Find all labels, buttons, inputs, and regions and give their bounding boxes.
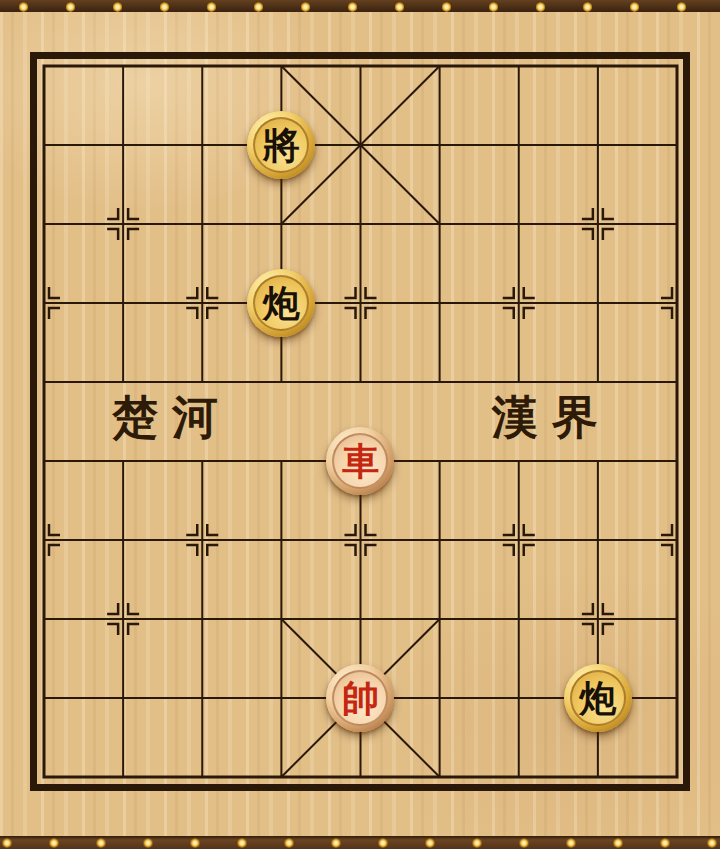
- point-file4-rank4[interactable]: [321, 343, 400, 422]
- point-file6-rank3[interactable]: [479, 264, 558, 343]
- piece-black-cannon-2[interactable]: 炮: [564, 664, 632, 732]
- point-file1-rank1[interactable]: [84, 106, 163, 185]
- point-file0-rank9[interactable]: [4, 738, 83, 817]
- point-file7-rank5[interactable]: [558, 422, 637, 501]
- point-file8-rank6[interactable]: [637, 501, 716, 580]
- point-file0-rank2[interactable]: [4, 185, 83, 264]
- point-file2-rank4[interactable]: [163, 343, 242, 422]
- point-file3-rank6[interactable]: [242, 501, 321, 580]
- point-file4-rank1[interactable]: [321, 106, 400, 185]
- point-file7-rank4[interactable]: [558, 343, 637, 422]
- piece-glyph: 車: [332, 433, 388, 489]
- board-points-grid: 將炮車帥炮: [4, 27, 716, 817]
- point-file8-rank9[interactable]: [637, 738, 716, 817]
- point-file1-rank2[interactable]: [84, 185, 163, 264]
- point-file3-rank3[interactable]: 炮: [242, 264, 321, 343]
- point-file3-rank7[interactable]: [242, 580, 321, 659]
- point-file0-rank5[interactable]: [4, 422, 83, 501]
- point-file6-rank9[interactable]: [479, 738, 558, 817]
- point-file5-rank3[interactable]: [400, 264, 479, 343]
- point-file2-rank3[interactable]: [163, 264, 242, 343]
- point-file2-rank9[interactable]: [163, 738, 242, 817]
- point-file4-rank2[interactable]: [321, 185, 400, 264]
- point-file6-rank7[interactable]: [479, 580, 558, 659]
- point-file2-rank6[interactable]: [163, 501, 242, 580]
- point-file3-rank9[interactable]: [242, 738, 321, 817]
- point-file8-rank0[interactable]: [637, 27, 716, 106]
- point-file0-rank1[interactable]: [4, 106, 83, 185]
- point-file2-rank1[interactable]: [163, 106, 242, 185]
- point-file3-rank0[interactable]: [242, 27, 321, 106]
- point-file8-rank2[interactable]: [637, 185, 716, 264]
- point-file6-rank6[interactable]: [479, 501, 558, 580]
- point-file0-rank6[interactable]: [4, 501, 83, 580]
- point-file2-rank8[interactable]: [163, 659, 242, 738]
- point-file4-rank8[interactable]: 帥: [321, 659, 400, 738]
- point-file5-rank6[interactable]: [400, 501, 479, 580]
- piece-red-general[interactable]: 帥: [326, 664, 394, 732]
- point-file1-rank3[interactable]: [84, 264, 163, 343]
- point-file1-rank0[interactable]: [84, 27, 163, 106]
- point-file3-rank2[interactable]: [242, 185, 321, 264]
- point-file7-rank0[interactable]: [558, 27, 637, 106]
- point-file7-rank8[interactable]: 炮: [558, 659, 637, 738]
- point-file3-rank5[interactable]: [242, 422, 321, 501]
- point-file2-rank2[interactable]: [163, 185, 242, 264]
- point-file8-rank7[interactable]: [637, 580, 716, 659]
- point-file5-rank5[interactable]: [400, 422, 479, 501]
- point-file1-rank5[interactable]: [84, 422, 163, 501]
- point-file0-rank0[interactable]: [4, 27, 83, 106]
- point-file4-rank9[interactable]: [321, 738, 400, 817]
- piece-black-cannon-1[interactable]: 炮: [247, 269, 315, 337]
- point-file3-rank4[interactable]: [242, 343, 321, 422]
- point-file4-rank7[interactable]: [321, 580, 400, 659]
- point-file8-rank1[interactable]: [637, 106, 716, 185]
- point-file8-rank8[interactable]: [637, 659, 716, 738]
- point-file0-rank7[interactable]: [4, 580, 83, 659]
- point-file4-rank0[interactable]: [321, 27, 400, 106]
- point-file3-rank1[interactable]: 將: [242, 106, 321, 185]
- point-file8-rank5[interactable]: [637, 422, 716, 501]
- point-file4-rank6[interactable]: [321, 501, 400, 580]
- piece-glyph: 帥: [332, 670, 388, 726]
- point-file7-rank3[interactable]: [558, 264, 637, 343]
- point-file2-rank7[interactable]: [163, 580, 242, 659]
- point-file0-rank8[interactable]: [4, 659, 83, 738]
- point-file7-rank6[interactable]: [558, 501, 637, 580]
- point-file7-rank7[interactable]: [558, 580, 637, 659]
- point-file1-rank9[interactable]: [84, 738, 163, 817]
- point-file6-rank2[interactable]: [479, 185, 558, 264]
- point-file6-rank8[interactable]: [479, 659, 558, 738]
- point-file8-rank3[interactable]: [637, 264, 716, 343]
- point-file8-rank4[interactable]: [637, 343, 716, 422]
- point-file5-rank8[interactable]: [400, 659, 479, 738]
- point-file5-rank4[interactable]: [400, 343, 479, 422]
- point-file6-rank4[interactable]: [479, 343, 558, 422]
- point-file3-rank8[interactable]: [242, 659, 321, 738]
- point-file5-rank9[interactable]: [400, 738, 479, 817]
- point-file4-rank3[interactable]: [321, 264, 400, 343]
- piece-glyph: 炮: [253, 275, 309, 331]
- point-file7-rank9[interactable]: [558, 738, 637, 817]
- point-file5-rank7[interactable]: [400, 580, 479, 659]
- point-file0-rank4[interactable]: [4, 343, 83, 422]
- point-file1-rank7[interactable]: [84, 580, 163, 659]
- point-file5-rank2[interactable]: [400, 185, 479, 264]
- point-file4-rank5[interactable]: 車: [321, 422, 400, 501]
- point-file1-rank6[interactable]: [84, 501, 163, 580]
- piece-red-chariot[interactable]: 車: [326, 427, 394, 495]
- point-file6-rank0[interactable]: [479, 27, 558, 106]
- point-file6-rank5[interactable]: [479, 422, 558, 501]
- point-file5-rank0[interactable]: [400, 27, 479, 106]
- piece-black-general[interactable]: 將: [247, 111, 315, 179]
- piece-glyph: 將: [253, 117, 309, 173]
- xiangqi-board-screen: 楚河 漢界 將炮車帥炮: [0, 0, 720, 849]
- point-file1-rank8[interactable]: [84, 659, 163, 738]
- point-file2-rank5[interactable]: [163, 422, 242, 501]
- point-file1-rank4[interactable]: [84, 343, 163, 422]
- piece-glyph: 炮: [570, 670, 626, 726]
- point-file2-rank0[interactable]: [163, 27, 242, 106]
- point-file5-rank1[interactable]: [400, 106, 479, 185]
- point-file7-rank2[interactable]: [558, 185, 637, 264]
- point-file7-rank1[interactable]: [558, 106, 637, 185]
- point-file0-rank3[interactable]: [4, 264, 83, 343]
- point-file6-rank1[interactable]: [479, 106, 558, 185]
